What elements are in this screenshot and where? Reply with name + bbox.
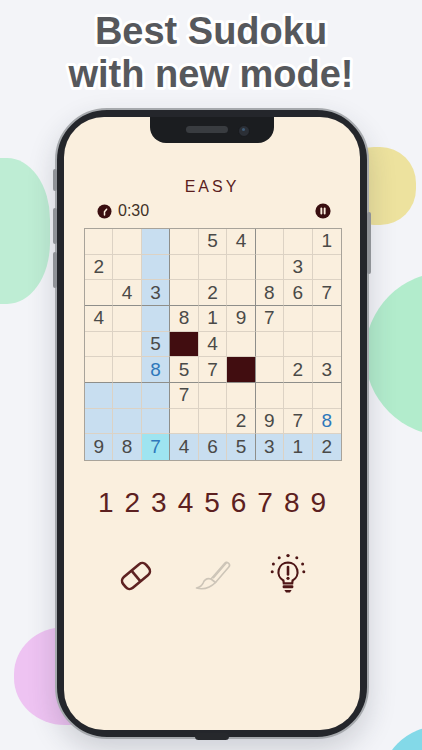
sudoku-cell-r4c1[interactable]: 4 [85,306,113,332]
sudoku-cell-r3c3[interactable]: 3 [142,280,170,306]
sudoku-cell-r9c2[interactable]: 8 [113,434,141,460]
sudoku-cell-r9c8[interactable]: 1 [284,434,312,460]
hint-bulb-icon [266,553,310,599]
sudoku-cell-r7c7[interactable] [256,383,284,409]
sudoku-cell-r5c4[interactable] [170,332,198,358]
sudoku-cell-r8c1[interactable] [85,409,113,435]
sudoku-cell-r8c4[interactable] [170,409,198,435]
volume-down-button [53,252,57,288]
sudoku-cell-r3c1[interactable] [85,280,113,306]
sudoku-board: 5412343286748197548572372978987465312 [84,228,342,461]
sudoku-cell-r4c7[interactable]: 7 [256,306,284,332]
sudoku-cell-r2c2[interactable] [113,255,141,281]
sudoku-cell-r7c3[interactable] [142,383,170,409]
sudoku-cell-r6c2[interactable] [113,357,141,383]
sudoku-cell-r9c3[interactable]: 7 [142,434,170,460]
numpad-1[interactable]: 1 [98,488,114,518]
sudoku-cell-r8c8[interactable]: 7 [284,409,312,435]
sudoku-cell-r2c7[interactable] [256,255,284,281]
numpad-8[interactable]: 8 [284,488,300,518]
sudoku-cell-r6c1[interactable] [85,357,113,383]
charging-port [195,733,229,740]
headline-title: Best Sudoku with new mode! [0,0,422,104]
sudoku-cell-r1c5[interactable]: 5 [199,229,227,255]
sudoku-cell-r3c6[interactable] [227,280,255,306]
eraser-button[interactable] [114,553,158,599]
sudoku-cell-r2c8[interactable]: 3 [284,255,312,281]
headline-line2: with new mode! [68,53,354,95]
speaker-slot [186,126,228,133]
sudoku-cell-r9c6[interactable]: 5 [227,434,255,460]
numpad-9[interactable]: 9 [311,488,327,518]
sudoku-cell-r8c6[interactable]: 2 [227,409,255,435]
decor-blob-green-right [365,272,422,436]
numpad-7[interactable]: 7 [257,488,273,518]
phone-notch [150,117,274,143]
sudoku-cell-r1c7[interactable] [256,229,284,255]
sudoku-cell-r6c6[interactable] [227,357,255,383]
hint-button[interactable] [266,553,310,599]
sudoku-cell-r8c7[interactable]: 9 [256,409,284,435]
sudoku-cell-r8c9[interactable]: 8 [313,409,341,435]
eraser-icon [114,554,158,598]
clock-icon [97,204,112,219]
sudoku-cell-r3c7[interactable]: 8 [256,280,284,306]
brush-icon [190,554,234,598]
phone-frame: EASY 0:30 541234328674819754857237297898… [55,108,369,739]
sudoku-cell-r9c7[interactable]: 3 [256,434,284,460]
sudoku-cell-r5c8[interactable] [284,332,312,358]
sudoku-cell-r4c5[interactable]: 1 [199,306,227,332]
sudoku-cell-r5c1[interactable] [85,332,113,358]
sudoku-cell-r2c5[interactable] [199,255,227,281]
sudoku-cell-r3c9[interactable]: 7 [313,280,341,306]
sudoku-cell-r6c3[interactable]: 8 [142,357,170,383]
sudoku-cell-r6c5[interactable]: 7 [199,357,227,383]
sudoku-cell-r7c8[interactable] [284,383,312,409]
sudoku-cell-r1c2[interactable] [113,229,141,255]
timer-value: 0:30 [118,202,149,220]
sudoku-cell-r8c2[interactable] [113,409,141,435]
sudoku-cell-r2c9[interactable] [313,255,341,281]
mute-switch [53,169,57,191]
sudoku-cell-r5c9[interactable] [313,332,341,358]
sudoku-cell-r1c4[interactable] [170,229,198,255]
sudoku-cell-r3c2[interactable]: 4 [113,280,141,306]
sudoku-cell-r3c5[interactable]: 2 [199,280,227,306]
decor-blob-green-left [0,158,50,304]
sudoku-cell-r6c8[interactable]: 2 [284,357,312,383]
brush-button[interactable] [190,553,234,599]
sudoku-cell-r4c2[interactable] [113,306,141,332]
sudoku-cell-r9c9[interactable]: 2 [313,434,341,460]
sudoku-cell-r7c5[interactable] [199,383,227,409]
sudoku-cell-r9c4[interactable]: 4 [170,434,198,460]
sudoku-cell-r6c7[interactable] [256,357,284,383]
sudoku-cell-r5c6[interactable] [227,332,255,358]
numpad-6[interactable]: 6 [231,488,247,518]
sudoku-cell-r5c5[interactable]: 4 [199,332,227,358]
difficulty-label: EASY [64,178,360,196]
sudoku-cell-r4c3[interactable] [142,306,170,332]
sudoku-cell-r8c5[interactable] [199,409,227,435]
sudoku-cell-r1c9[interactable]: 1 [313,229,341,255]
sudoku-cell-r1c3[interactable] [142,229,170,255]
numpad-2[interactable]: 2 [124,488,140,518]
sudoku-cell-r3c8[interactable]: 6 [284,280,312,306]
sudoku-cell-r4c8[interactable] [284,306,312,332]
sudoku-cell-r5c3[interactable]: 5 [142,332,170,358]
sudoku-cell-r7c6[interactable] [227,383,255,409]
headline-line1: Best Sudoku [95,10,327,52]
sudoku-cell-r8c3[interactable] [142,409,170,435]
power-button [367,212,371,274]
sudoku-cell-r2c3[interactable] [142,255,170,281]
sudoku-cell-r2c1[interactable]: 2 [85,255,113,281]
decor-blob-cyan-right [380,726,422,750]
sudoku-cell-r4c9[interactable] [313,306,341,332]
sudoku-cell-r9c5[interactable]: 6 [199,434,227,460]
timer: 0:30 [97,202,149,220]
sudoku-cell-r5c7[interactable] [256,332,284,358]
tool-bar [64,553,360,599]
number-pad: 123456789 [64,488,360,518]
sudoku-cell-r9c1[interactable]: 9 [85,434,113,460]
sudoku-cell-r7c1[interactable] [85,383,113,409]
sudoku-cell-r4c4[interactable]: 8 [170,306,198,332]
sudoku-cell-r7c2[interactable] [113,383,141,409]
sudoku-cell-r7c4[interactable]: 7 [170,383,198,409]
app-store-screenshot: Best Sudoku with new mode! EASY 0:30 [0,0,422,750]
sudoku-cell-r1c8[interactable] [284,229,312,255]
numpad-4[interactable]: 4 [178,488,194,518]
sudoku-cell-r5c2[interactable] [113,332,141,358]
sudoku-cell-r7c9[interactable] [313,383,341,409]
sudoku-cell-r6c9[interactable]: 3 [313,357,341,383]
sudoku-cell-r2c4[interactable] [170,255,198,281]
numpad-5[interactable]: 5 [204,488,220,518]
front-camera [238,125,250,137]
numpad-3[interactable]: 3 [151,488,167,518]
pause-button[interactable] [315,203,331,219]
app-screen: EASY 0:30 541234328674819754857237297898… [64,117,360,730]
sudoku-cell-r6c4[interactable]: 5 [170,357,198,383]
sudoku-cell-r2c6[interactable] [227,255,255,281]
volume-up-button [53,208,57,244]
sudoku-cell-r3c4[interactable] [170,280,198,306]
sudoku-cell-r4c6[interactable]: 9 [227,306,255,332]
sudoku-cell-r1c6[interactable]: 4 [227,229,255,255]
sudoku-cell-r1c1[interactable] [85,229,113,255]
